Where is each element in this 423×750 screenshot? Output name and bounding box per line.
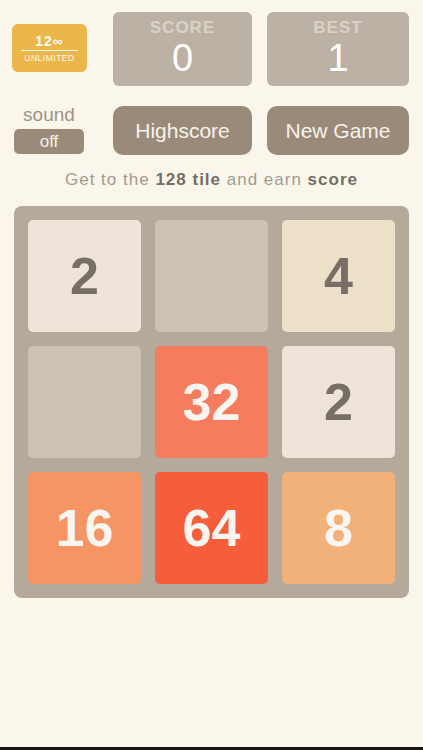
score-label: SCORE <box>150 18 215 38</box>
app-badge: 12∞ UNLIMITED <box>12 24 87 72</box>
highscore-button[interactable]: Highscore <box>113 106 252 155</box>
badge-subtitle: UNLIMITED <box>24 53 74 63</box>
goal-tip: Get to the 128 tile and earn score <box>0 170 423 190</box>
new-game-button[interactable]: New Game <box>267 106 409 155</box>
tile-2: 2 <box>282 346 395 458</box>
tip-middle: and earn <box>221 170 308 189</box>
board[interactable]: 2432216648 <box>14 206 409 598</box>
tip-prefix: Get to the <box>65 170 155 189</box>
tip-goal: 128 tile <box>155 170 221 189</box>
score-value: 0 <box>172 38 193 80</box>
sound-toggle-button[interactable]: off <box>14 129 84 154</box>
best-label: BEST <box>313 18 362 38</box>
tile-64: 64 <box>155 472 268 584</box>
tile-8: 8 <box>282 472 395 584</box>
tile-16: 16 <box>28 472 141 584</box>
app-screen: 12∞ UNLIMITED SCORE 0 BEST 1 sound off H… <box>0 0 423 750</box>
sound-label: sound <box>12 104 86 126</box>
tile-2: 2 <box>28 220 141 332</box>
tile-32: 32 <box>155 346 268 458</box>
best-panel: BEST 1 <box>267 12 409 86</box>
badge-title: 12∞ <box>21 33 78 51</box>
tile-4: 4 <box>282 220 395 332</box>
best-value: 1 <box>327 38 348 80</box>
tip-suffix-bold: score <box>308 170 358 189</box>
score-panel: SCORE 0 <box>113 12 252 86</box>
empty-cell <box>155 220 268 332</box>
empty-cell <box>28 346 141 458</box>
